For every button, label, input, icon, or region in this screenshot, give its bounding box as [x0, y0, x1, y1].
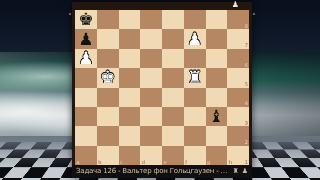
square-a7[interactable]: ♟	[75, 29, 97, 48]
square-h7[interactable]: 7	[227, 29, 249, 48]
square-h5[interactable]: 5	[227, 68, 249, 87]
square-g6[interactable]	[206, 49, 228, 68]
caption-bar: Задача 126 - Вальтер фон Гольцгаузен - м…	[72, 165, 252, 178]
square-a5[interactable]	[75, 68, 97, 87]
file-label-c: c	[120, 159, 123, 165]
square-e8[interactable]	[162, 10, 184, 29]
square-c4[interactable]	[119, 88, 141, 107]
white-pawn[interactable]: ♟	[187, 30, 202, 47]
chess-widget-frame: ♟ ♚8♟♟7♟6♚♜54♝32abcdefgh1 Задача 126 - В…	[72, 2, 252, 178]
square-h4[interactable]: 4	[227, 88, 249, 107]
square-a8[interactable]: ♚	[75, 10, 97, 29]
square-c7[interactable]	[119, 29, 141, 48]
square-f5[interactable]: ♜	[184, 68, 206, 87]
square-h3[interactable]: 3	[227, 107, 249, 126]
square-b3[interactable]	[97, 107, 119, 126]
square-h8[interactable]: 8	[227, 10, 249, 29]
square-e3[interactable]	[162, 107, 184, 126]
puzzle-title: Задача 126 - Вальтер фон Гольцгаузен - м…	[76, 165, 229, 178]
square-g8[interactable]	[206, 10, 228, 29]
file-label-e: e	[164, 159, 167, 165]
square-b8[interactable]	[97, 10, 119, 29]
square-d2[interactable]	[140, 126, 162, 145]
square-d3[interactable]	[140, 107, 162, 126]
square-e2[interactable]	[162, 126, 184, 145]
square-h1[interactable]: h1	[227, 146, 249, 165]
file-label-h: h	[229, 159, 232, 165]
square-d7[interactable]	[140, 29, 162, 48]
square-f2[interactable]	[184, 126, 206, 145]
square-g5[interactable]	[206, 68, 228, 87]
square-a1[interactable]: a	[75, 146, 97, 165]
black-pawn[interactable]: ♟	[78, 30, 93, 47]
white-pawn[interactable]: ♟	[78, 49, 93, 66]
square-d1[interactable]: d	[140, 146, 162, 165]
rank-label-2: 2	[245, 139, 248, 145]
square-a6[interactable]: ♟	[75, 49, 97, 68]
black-king[interactable]: ♚	[78, 11, 93, 28]
square-h2[interactable]: 2	[227, 126, 249, 145]
rank-label-4: 4	[245, 100, 248, 106]
square-e4[interactable]	[162, 88, 184, 107]
square-b6[interactable]	[97, 49, 119, 68]
square-a3[interactable]	[75, 107, 97, 126]
square-e1[interactable]: e	[162, 146, 184, 165]
square-a4[interactable]	[75, 88, 97, 107]
square-c5[interactable]	[119, 68, 141, 87]
rook-icon: ♜	[232, 165, 238, 178]
square-c1[interactable]: c	[119, 146, 141, 165]
square-f8[interactable]	[184, 10, 206, 29]
black-bishop[interactable]: ♝	[209, 108, 224, 125]
rank-label-1: 1	[245, 159, 248, 165]
file-label-b: b	[98, 159, 101, 165]
square-c6[interactable]	[119, 49, 141, 68]
square-g1[interactable]: g	[206, 146, 228, 165]
white-rook[interactable]: ♜	[187, 69, 202, 86]
square-d4[interactable]	[140, 88, 162, 107]
square-g7[interactable]	[206, 29, 228, 48]
pawn-icon: ♟	[232, 1, 239, 9]
chess-board[interactable]: ♚8♟♟7♟6♚♜54♝32abcdefgh1	[75, 10, 249, 165]
square-c8[interactable]	[119, 10, 141, 29]
file-label-g: g	[207, 159, 210, 165]
square-e7[interactable]	[162, 29, 184, 48]
square-b5[interactable]: ♚	[97, 68, 119, 87]
square-b7[interactable]	[97, 29, 119, 48]
square-f6[interactable]	[184, 49, 206, 68]
square-f3[interactable]	[184, 107, 206, 126]
screenshot-root: ♟ ♚8♟♟7♟6♚♜54♝32abcdefgh1 Задача 126 - В…	[0, 0, 320, 180]
rank-label-8: 8	[245, 23, 248, 29]
rank-label-6: 6	[245, 62, 248, 68]
pawn-icon: ♟	[242, 165, 248, 178]
square-d6[interactable]	[140, 49, 162, 68]
square-b2[interactable]	[97, 126, 119, 145]
square-g4[interactable]	[206, 88, 228, 107]
square-h6[interactable]: 6	[227, 49, 249, 68]
square-f1[interactable]: f	[184, 146, 206, 165]
rank-label-7: 7	[245, 42, 248, 48]
square-g3[interactable]: ♝	[206, 107, 228, 126]
white-king[interactable]: ♚	[100, 69, 115, 86]
square-b1[interactable]: b	[97, 146, 119, 165]
square-c3[interactable]	[119, 107, 141, 126]
square-d8[interactable]	[140, 10, 162, 29]
square-e5[interactable]	[162, 68, 184, 87]
square-b4[interactable]	[97, 88, 119, 107]
board-top-bar: ♟	[72, 2, 252, 10]
square-c2[interactable]	[119, 126, 141, 145]
file-label-f: f	[185, 159, 187, 165]
rank-label-5: 5	[245, 81, 248, 87]
square-a2[interactable]	[75, 126, 97, 145]
square-d5[interactable]	[140, 68, 162, 87]
square-g2[interactable]	[206, 126, 228, 145]
square-f7[interactable]: ♟	[184, 29, 206, 48]
square-f4[interactable]	[184, 88, 206, 107]
rank-label-3: 3	[245, 120, 248, 126]
square-e6[interactable]	[162, 49, 184, 68]
file-label-a: a	[77, 159, 80, 165]
file-label-d: d	[142, 159, 145, 165]
